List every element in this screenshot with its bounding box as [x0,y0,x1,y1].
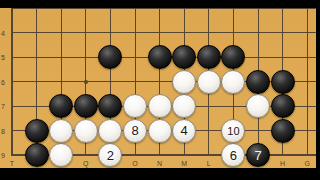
stone-white[interactable]: 8 [123,119,147,143]
stone-white[interactable]: 4 [172,119,196,143]
stone-white[interactable] [197,70,221,94]
star-point [84,80,88,84]
stone-black[interactable] [49,94,73,118]
letterbox-right [316,0,320,180]
stone-black[interactable] [74,94,98,118]
row-label: 6 [1,78,5,85]
move-number-label: 6 [222,144,244,166]
stone-white[interactable] [172,94,196,118]
stone-black[interactable] [271,94,295,118]
column-label: O [132,160,137,167]
stone-black[interactable] [271,119,295,143]
column-label: H [280,160,285,167]
stone-black[interactable]: 7 [246,143,270,167]
stone-white[interactable]: 2 [98,143,122,167]
move-number-label: 2 [99,144,121,166]
move-number-label: 4 [173,120,195,142]
row-label: 8 [1,127,5,134]
grid-line-horizontal [12,32,316,33]
stone-white[interactable] [123,94,147,118]
letterbox-bottom [0,168,320,180]
stone-white[interactable]: 6 [221,143,245,167]
grid-line-vertical [11,8,13,156]
letterbox-top [0,0,320,8]
move-number-label: 7 [247,144,269,166]
row-label: 4 [1,29,5,36]
go-diagram-frame: TSRQPONMLKJHG4567898410267 [0,0,320,180]
stone-black[interactable] [271,70,295,94]
stone-white[interactable] [148,119,172,143]
stone-black[interactable] [246,70,270,94]
stone-white[interactable] [172,70,196,94]
stone-black[interactable] [148,45,172,69]
row-label: 7 [1,103,5,110]
column-label: N [157,160,162,167]
column-label: Q [83,160,88,167]
stone-white[interactable] [74,119,98,143]
stone-black[interactable] [25,119,49,143]
grid-line-vertical [307,8,308,156]
stone-white[interactable] [49,143,73,167]
stone-white[interactable] [246,94,270,118]
stone-black[interactable] [25,143,49,167]
stone-white[interactable]: 10 [221,119,245,143]
column-label: L [207,160,211,167]
row-label: 5 [1,54,5,61]
column-label: G [304,160,309,167]
stone-white[interactable] [49,119,73,143]
column-label: M [181,160,187,167]
stone-white[interactable] [221,70,245,94]
move-number-label: 10 [222,120,244,142]
stone-black[interactable] [172,45,196,69]
move-number-label: 8 [124,120,146,142]
stone-white[interactable] [148,94,172,118]
column-label: T [10,160,14,167]
row-label: 9 [1,152,5,159]
stone-black[interactable] [197,45,221,69]
stone-white[interactable] [98,119,122,143]
